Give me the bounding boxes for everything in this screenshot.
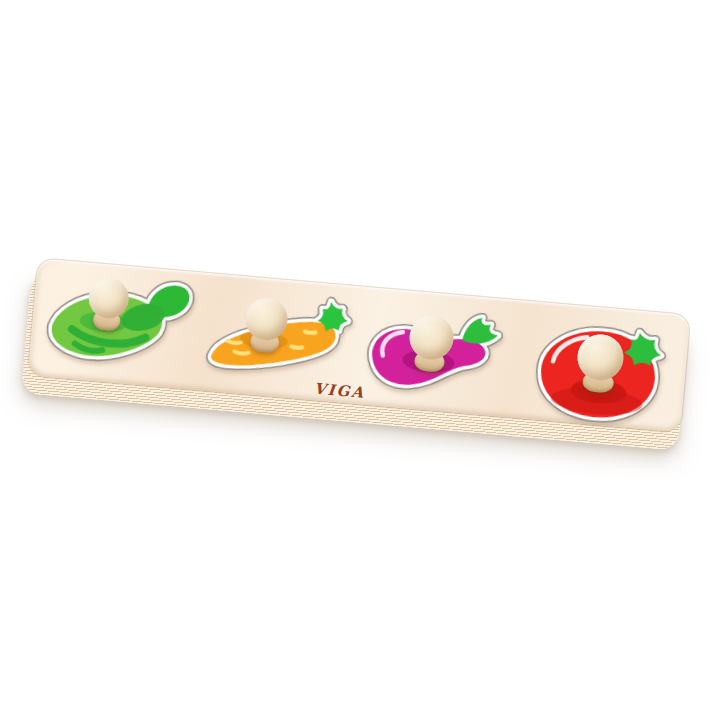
knob-tomato[interactable] bbox=[576, 332, 626, 382]
knob-ball bbox=[244, 296, 290, 342]
knob-ball bbox=[87, 277, 130, 320]
brand-logo: VIGA bbox=[313, 380, 365, 402]
puzzle-board: VIGA bbox=[28, 258, 691, 433]
knob-carrot[interactable] bbox=[244, 296, 290, 342]
carrot-dash-1 bbox=[234, 351, 248, 354]
knob-eggplant[interactable] bbox=[408, 314, 456, 362]
carrot-dash-4 bbox=[291, 346, 302, 348]
knob-ball bbox=[408, 314, 456, 362]
carrot-dash-3 bbox=[305, 332, 316, 334]
carrot-dash-2 bbox=[227, 341, 241, 344]
knob-green-pepper[interactable] bbox=[87, 277, 130, 320]
knob-ball bbox=[576, 332, 626, 382]
product-photo: VIGA bbox=[0, 0, 716, 716]
